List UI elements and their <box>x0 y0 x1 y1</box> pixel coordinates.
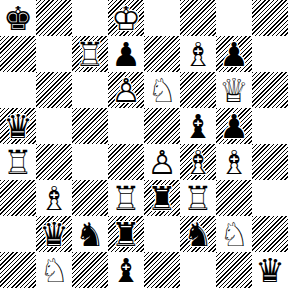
black-piece-glyph: ♞ <box>72 216 108 252</box>
piece-bR-d2: ♜♜ <box>108 216 144 252</box>
square-h6[interactable] <box>252 72 288 108</box>
piece-bQ-h1: ♛♛ <box>252 252 288 288</box>
white-piece-glyph: ♖ <box>180 180 216 216</box>
square-g8[interactable] <box>216 0 252 36</box>
black-piece-glyph: ♝ <box>108 252 144 288</box>
white-piece-glyph: ♘ <box>144 72 180 108</box>
square-a8[interactable]: ♚♚ <box>0 0 36 36</box>
square-f7[interactable]: ♝♗ <box>180 36 216 72</box>
square-f2[interactable]: ♞♞ <box>180 216 216 252</box>
square-a2[interactable] <box>0 216 36 252</box>
piece-wN-g2: ♞♘ <box>216 216 252 252</box>
black-piece-glyph: ♜ <box>108 216 144 252</box>
white-piece-glyph: ♔ <box>108 0 144 36</box>
piece-bP-g7: ♟♟ <box>216 36 252 72</box>
piece-bR-e3: ♜♜ <box>144 180 180 216</box>
square-c4[interactable] <box>72 144 108 180</box>
square-h7[interactable] <box>252 36 288 72</box>
black-piece-glyph: ♚ <box>0 0 36 36</box>
square-e3[interactable]: ♜♜ <box>144 180 180 216</box>
black-piece-glyph: ♛ <box>0 108 36 144</box>
square-b4[interactable] <box>36 144 72 180</box>
square-c5[interactable] <box>72 108 108 144</box>
piece-bK-a8: ♚♚ <box>0 0 36 36</box>
white-piece-glyph: ♘ <box>36 252 72 288</box>
square-d2[interactable]: ♜♜ <box>108 216 144 252</box>
square-f6[interactable] <box>180 72 216 108</box>
piece-wR-f3: ♜♖ <box>180 180 216 216</box>
square-h8[interactable] <box>252 0 288 36</box>
white-piece-glyph: ♖ <box>72 36 108 72</box>
square-c7[interactable]: ♜♖ <box>72 36 108 72</box>
black-piece-glyph: ♜ <box>144 180 180 216</box>
square-b1[interactable]: ♞♘ <box>36 252 72 288</box>
square-c6[interactable] <box>72 72 108 108</box>
square-e2[interactable] <box>144 216 180 252</box>
piece-wB-f4: ♝♗ <box>180 144 216 180</box>
piece-wP-e4: ♟♙ <box>144 144 180 180</box>
square-d5[interactable] <box>108 108 144 144</box>
square-e1[interactable] <box>144 252 180 288</box>
square-d3[interactable]: ♜♖ <box>108 180 144 216</box>
piece-bP-g5: ♟♟ <box>216 108 252 144</box>
black-piece-glyph: ♛ <box>36 216 72 252</box>
piece-wR-a4: ♜♖ <box>0 144 36 180</box>
square-b7[interactable] <box>36 36 72 72</box>
square-a5[interactable]: ♛♛ <box>0 108 36 144</box>
square-c8[interactable] <box>72 0 108 36</box>
square-b8[interactable] <box>36 0 72 36</box>
square-d1[interactable]: ♝♝ <box>108 252 144 288</box>
square-e8[interactable] <box>144 0 180 36</box>
piece-wR-c7: ♜♖ <box>72 36 108 72</box>
white-piece-glyph: ♗ <box>180 144 216 180</box>
chess-board: ♚♚♚♔♜♖♟♟♝♗♟♟♟♙♞♘♛♕♛♛♝♝♟♟♜♖♟♙♝♗♝♗♝♗♜♖♜♜♜♖… <box>0 0 288 288</box>
square-g4[interactable]: ♝♗ <box>216 144 252 180</box>
square-g6[interactable]: ♛♕ <box>216 72 252 108</box>
square-a1[interactable] <box>0 252 36 288</box>
square-a4[interactable]: ♜♖ <box>0 144 36 180</box>
piece-bQ-a5: ♛♛ <box>0 108 36 144</box>
black-piece-glyph: ♟ <box>216 108 252 144</box>
white-piece-glyph: ♗ <box>180 36 216 72</box>
square-a6[interactable] <box>0 72 36 108</box>
square-h2[interactable] <box>252 216 288 252</box>
piece-wB-g4: ♝♗ <box>216 144 252 180</box>
square-e4[interactable]: ♟♙ <box>144 144 180 180</box>
square-b3[interactable]: ♝♗ <box>36 180 72 216</box>
square-f4[interactable]: ♝♗ <box>180 144 216 180</box>
square-b6[interactable] <box>36 72 72 108</box>
square-f3[interactable]: ♜♖ <box>180 180 216 216</box>
black-piece-glyph: ♝ <box>180 108 216 144</box>
black-piece-glyph: ♞ <box>180 216 216 252</box>
square-c3[interactable] <box>72 180 108 216</box>
square-g1[interactable] <box>216 252 252 288</box>
piece-wR-d3: ♜♖ <box>108 180 144 216</box>
piece-bN-c2: ♞♞ <box>72 216 108 252</box>
piece-bQ-b2: ♛♛ <box>36 216 72 252</box>
piece-bP-d7: ♟♟ <box>108 36 144 72</box>
square-h4[interactable] <box>252 144 288 180</box>
square-b2[interactable]: ♛♛ <box>36 216 72 252</box>
piece-bB-f5: ♝♝ <box>180 108 216 144</box>
piece-wN-e6: ♞♘ <box>144 72 180 108</box>
piece-wB-f7: ♝♗ <box>180 36 216 72</box>
piece-wN-b1: ♞♘ <box>36 252 72 288</box>
square-g3[interactable] <box>216 180 252 216</box>
square-f8[interactable] <box>180 0 216 36</box>
white-piece-glyph: ♖ <box>0 144 36 180</box>
square-h3[interactable] <box>252 180 288 216</box>
white-piece-glyph: ♖ <box>108 180 144 216</box>
white-piece-glyph: ♗ <box>216 144 252 180</box>
square-d4[interactable] <box>108 144 144 180</box>
piece-bB-d1: ♝♝ <box>108 252 144 288</box>
square-e6[interactable]: ♞♘ <box>144 72 180 108</box>
square-d6[interactable]: ♟♙ <box>108 72 144 108</box>
square-c1[interactable] <box>72 252 108 288</box>
square-d7[interactable]: ♟♟ <box>108 36 144 72</box>
square-h5[interactable] <box>252 108 288 144</box>
piece-wB-b3: ♝♗ <box>36 180 72 216</box>
black-piece-glyph: ♟ <box>216 36 252 72</box>
black-piece-glyph: ♛ <box>252 252 288 288</box>
piece-bN-f2: ♞♞ <box>180 216 216 252</box>
white-piece-glyph: ♙ <box>108 72 144 108</box>
piece-wP-d6: ♟♙ <box>108 72 144 108</box>
square-c2[interactable]: ♞♞ <box>72 216 108 252</box>
square-g7[interactable]: ♟♟ <box>216 36 252 72</box>
square-b5[interactable] <box>36 108 72 144</box>
square-h1[interactable]: ♛♛ <box>252 252 288 288</box>
square-a7[interactable] <box>0 36 36 72</box>
square-e5[interactable] <box>144 108 180 144</box>
white-piece-glyph: ♙ <box>144 144 180 180</box>
square-f1[interactable] <box>180 252 216 288</box>
white-piece-glyph: ♘ <box>216 216 252 252</box>
square-d8[interactable]: ♚♔ <box>108 0 144 36</box>
square-e7[interactable] <box>144 36 180 72</box>
black-piece-glyph: ♟ <box>108 36 144 72</box>
piece-wK-d8: ♚♔ <box>108 0 144 36</box>
square-a3[interactable] <box>0 180 36 216</box>
square-g5[interactable]: ♟♟ <box>216 108 252 144</box>
white-piece-glyph: ♗ <box>36 180 72 216</box>
square-g2[interactable]: ♞♘ <box>216 216 252 252</box>
piece-wQ-g6: ♛♕ <box>216 72 252 108</box>
white-piece-glyph: ♕ <box>216 72 252 108</box>
square-f5[interactable]: ♝♝ <box>180 108 216 144</box>
